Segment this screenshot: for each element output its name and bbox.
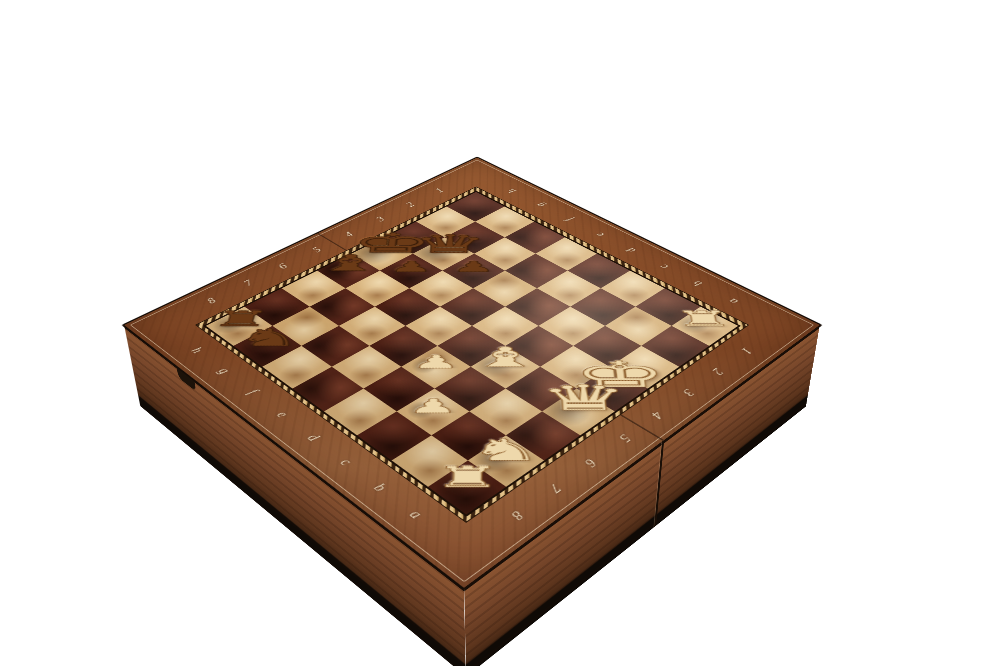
square-f7[interactable]	[301, 326, 369, 367]
piece-shadow	[561, 363, 638, 411]
piece-light-rook-a1[interactable]: ♜	[667, 308, 741, 329]
piece-light-pawn-c7[interactable]: ♟	[394, 396, 471, 415]
square-b5[interactable]	[506, 367, 577, 412]
light-knight-glyph: ♞	[466, 435, 547, 465]
light-rook-glyph: ♜	[667, 308, 741, 329]
piece-shadow	[464, 347, 523, 383]
piece-dark-knight-g8[interactable]: ♞	[231, 326, 308, 350]
square-a6[interactable]	[506, 411, 580, 460]
square-b8[interactable]	[392, 435, 468, 486]
coordinate-label-3: 3	[359, 208, 403, 231]
piece-light-rook-a8[interactable]: ♜	[426, 463, 509, 492]
dark-queen-glyph: ♛	[411, 231, 477, 256]
light-pawn-glyph: ♟	[394, 396, 471, 415]
square-d6[interactable]	[401, 346, 470, 389]
square-e7[interactable]	[332, 346, 401, 389]
square-b6[interactable]	[469, 389, 542, 436]
light-king-glyph: ♚	[572, 357, 650, 393]
square-d8[interactable]	[324, 389, 397, 436]
piece-light-pawn-d6[interactable]: ♟	[399, 353, 473, 371]
square-a7[interactable]	[468, 435, 544, 486]
piece-shadow	[529, 386, 603, 434]
square-d7[interactable]	[363, 367, 434, 412]
piece-dark-bishop-h5[interactable]: ♝	[315, 252, 384, 274]
piece-shadow	[427, 466, 482, 504]
piece-light-bishop-c5[interactable]: ♝	[469, 344, 542, 371]
square-a5[interactable]	[542, 389, 615, 436]
light-bishop-glyph: ♝	[469, 344, 542, 371]
light-queen-glyph: ♛	[539, 380, 617, 415]
coordinate-label-3: 3	[660, 375, 716, 409]
square-a4[interactable]	[577, 367, 648, 412]
piece-light-king-a4[interactable]: ♚	[572, 357, 650, 393]
square-c8[interactable]	[357, 411, 431, 460]
square-b7[interactable]	[431, 411, 505, 460]
square-a3[interactable]	[610, 346, 679, 389]
piece-shadow	[401, 397, 441, 423]
square-b4[interactable]	[540, 346, 609, 389]
dark-knight-glyph: ♞	[231, 326, 308, 350]
chess-board: 12345678 12345678 hgfedcba hgfedcba ♜♞♝♚…	[121, 156, 822, 590]
piece-shadow	[405, 353, 443, 377]
square-a8[interactable]	[428, 460, 506, 514]
piece-dark-queen-g3[interactable]: ♛	[411, 231, 477, 256]
coordinate-label-g: g	[198, 355, 249, 388]
square-c5[interactable]	[471, 346, 540, 389]
light-pawn-glyph: ♟	[399, 353, 473, 371]
square-e8[interactable]	[292, 367, 363, 412]
coordinate-label-h: h	[172, 335, 221, 366]
square-c7[interactable]	[397, 389, 470, 436]
product-photo-scene: 12345678 12345678 hgfedcba hgfedcba ♜♞♝♚…	[0, 0, 1000, 666]
square-e6[interactable]	[369, 326, 437, 367]
piece-light-knight-a7[interactable]: ♞	[466, 435, 547, 465]
square-c6[interactable]	[435, 367, 506, 412]
piece-light-queen-a5[interactable]: ♛	[539, 380, 617, 415]
piece-shadow	[464, 439, 522, 478]
square-f8[interactable]	[262, 346, 331, 389]
light-rook-glyph: ♜	[426, 463, 509, 492]
dark-bishop-glyph: ♝	[315, 252, 384, 274]
